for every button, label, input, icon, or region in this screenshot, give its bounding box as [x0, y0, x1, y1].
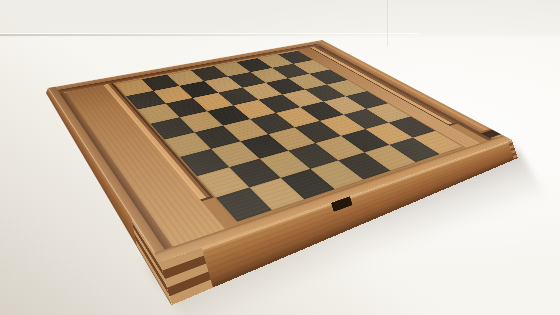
- backdrop-seam: [0, 34, 420, 36]
- photo-stage: [0, 0, 560, 315]
- backdrop-crease: [387, 0, 388, 46]
